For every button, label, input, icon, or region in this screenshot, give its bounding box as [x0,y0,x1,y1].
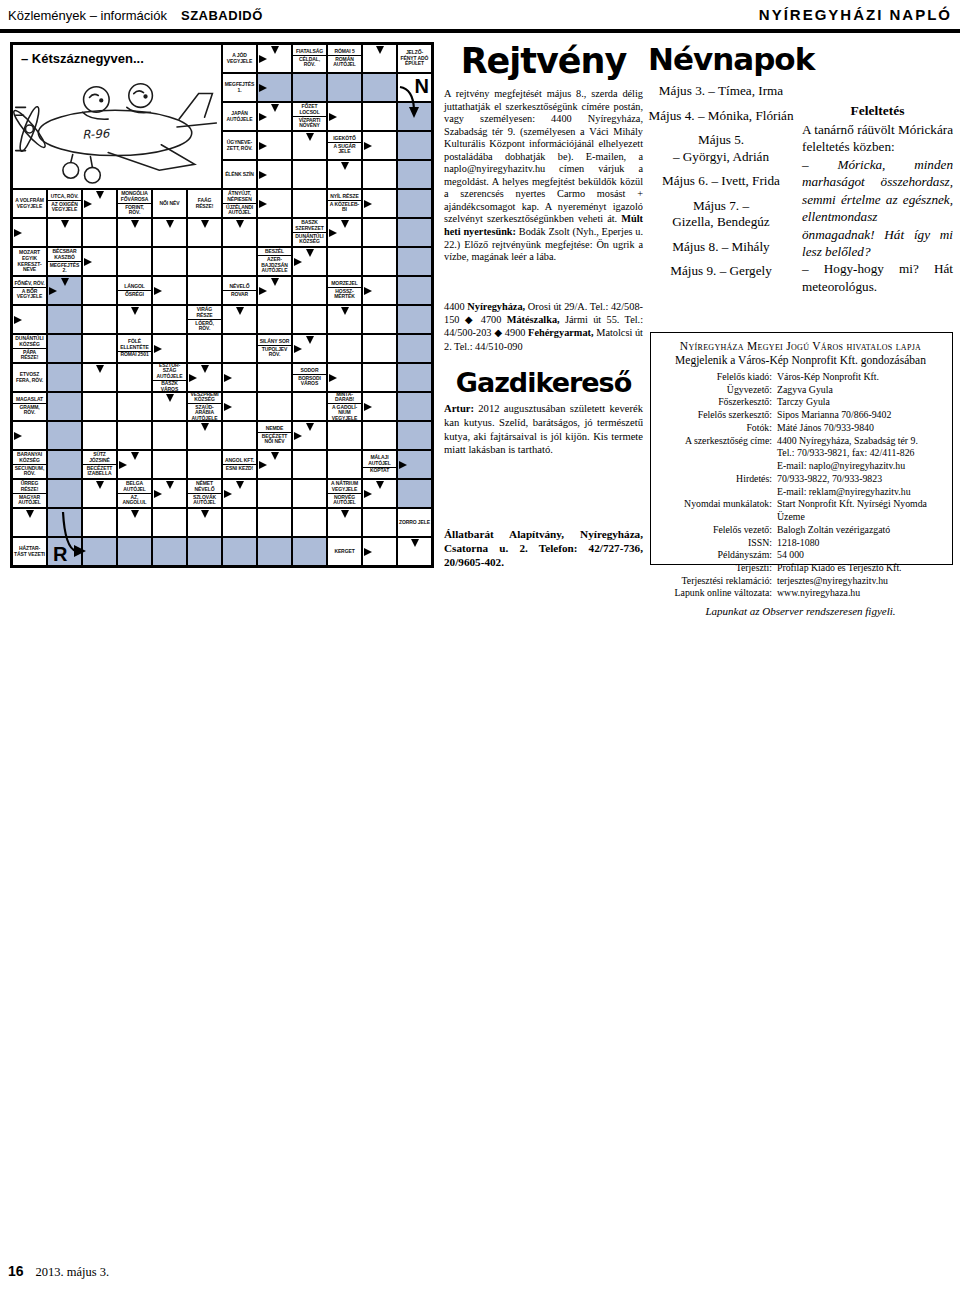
crossword-clue-cell: RÓMAI 5ROMÁN AUTÓJEL [327,44,362,73]
arrow-right-icon [259,287,267,295]
crossword-cell [187,421,222,450]
arrow-down-icon [236,481,244,489]
crossword-cell [117,508,152,537]
nameday-line: Május 5. [648,132,794,149]
imprint-box: Nyíregyháza Megyei Jogú Város hivatalos … [650,332,953,565]
crossword-clue-cell: MÁLAJI AUTÓJELKOPTAT [362,450,397,479]
crossword-cell [327,102,362,131]
arrow-right-icon [224,403,232,411]
gazdikereso-body: Artur: 2012 augusztusában született keve… [444,402,643,457]
arrow-right-icon [364,403,372,411]
crossword-clue-cell: ÉSZTOR-SZÁG AUTÓJELEBASZK VÁROS [152,363,187,392]
crossword-cell [292,392,327,421]
crossword-cell [152,334,187,363]
arrow-right-icon [119,461,127,469]
arrow-right-icon [364,287,372,295]
page-footer: 162013. május 3. [8,1262,408,1280]
crossword-clue-cell: ÁTNYÚJT, NÉPIESENÚJZÉLANDI AUTÓJEL [222,189,257,218]
clue-text: ROMÁN AUTÓJEL [328,55,361,68]
clue-text: FIATALSÁG [293,49,326,56]
clue-text: RÓMAI 2501 [118,351,151,359]
arrow-right-icon [294,258,302,266]
crossword-clue-cell: VIRÁG RÉSZELÓERŐ, RÖV. [187,305,222,334]
crossword-clue-cell: MORZEJELHOSSZ-MÉRTÉK [327,276,362,305]
nameday-item: Május 4. – Mónika, Flórián [648,108,794,125]
imprint-value: Tarczy Gyula [777,396,946,409]
nevnapok-heading: Névnapok [648,44,794,75]
clue-text: MINTA-DARAB! [328,392,361,403]
crossword-clue-cell: ŰRREG RÉSZE!MAGYAR AUTÓJEL [12,479,47,508]
crossword-cell [82,305,117,334]
clue-text: ANGOL KFT. [223,457,256,464]
clue-text: A JÓD VEGYJELE [223,52,256,64]
imprint-value: Tel.: 70/933-9821, fax: 42/411-826 [777,447,946,460]
arrow-down-icon [96,365,104,373]
crossword-clue-cell: MINTA-DARAB!A GADOLÍ-NIUM VEGYJELE [327,392,362,421]
arrow-down-icon [96,481,104,489]
arrow-down-icon [341,307,349,315]
arrow-right-icon [294,345,302,353]
crossword-clue-cell: NYÍL RÉSZEA KÖZELEB-BI [327,189,362,218]
crossword-cell [362,160,397,189]
rejtveny-heading: Rejtvény [444,44,643,79]
crossword-clue-cell: BESZÉLAZER-BAJDZSÁN AUTÓJELE [257,247,292,276]
crossword-cell [257,276,292,305]
clue-text: ZORRO JELE [398,519,431,526]
solution-cell [397,218,432,247]
imprint-value: 54 000 [777,549,946,562]
arrow-right-icon [294,432,302,440]
arrow-right-icon [84,258,92,266]
crossword-cell [362,392,397,421]
imprint-label: Terjesztési reklamáció: [655,575,777,588]
nameday-line: Május 8. – Mihály [648,239,794,256]
nameday-line: Május 4. – Mónika, Flórián [648,108,794,125]
arrow-down-icon [236,307,244,315]
arrow-down-icon [26,510,34,518]
imprint-value: www.nyiregyhaza.hu [777,587,946,600]
imprint-label: Példányszám: [655,549,777,562]
clue-text: ÚGYNEVE-ZETT, RÖV. [223,139,256,151]
imprint-label: Nyomdai munkálatok: [655,498,777,523]
crossword-cell [222,334,257,363]
imprint-label: Lapunk online változata: [655,587,777,600]
clue-text: JELZŐ-FÉNYT ADÓ ÉPÜLET [398,50,431,68]
clue-text: VIRÁG RÉSZE [188,307,221,319]
crossword-clue-cell: NÉVELŐROVAR [222,276,257,305]
imprint-value: Város-Kép Nonprofit Kft. [777,371,946,384]
nevnapok-column: Névnapok Május 3. – Tímea, IrmaMájus 4. … [648,44,794,288]
crossword-cell [362,305,397,334]
solution-cell [47,479,82,508]
joke-title: Feleltetés [802,103,953,119]
crossword-cell [292,276,327,305]
arrow-right-icon [364,200,372,208]
imprint-label: Felelős kiadó: [655,371,777,384]
solution-cell [257,73,292,102]
imprint-value: Máté János 70/933-9840 [777,422,946,435]
crossword-grid: – Kétszáznegyven...R-96A JÓD VEGYJELEFIA… [10,42,434,568]
clue-text: VÍZPARTI NÖVÉNY [293,116,326,129]
clue-text: PÁPA RÉSZE! [13,348,46,361]
header-section-label: Közlemények – információkSZABADIDŐ [8,8,263,23]
crossword-clue-cell: FAÁG RÉSZE! [187,189,222,218]
imprint-value: 1218-1080 [777,537,946,550]
solution-cell [397,102,432,131]
clue-text: BÉCSBAR KASZBÓ [48,249,81,261]
imprint-value: Sipos Marianna 70/866-9402 [777,409,946,422]
arrow-down-icon [96,191,104,199]
solution-cell [397,131,432,160]
clue-text: ÉLÉNK SZÍN [223,171,256,178]
crossword-cell [362,363,397,392]
clue-text: AZER-BAJDZSÁN AUTÓJELE [258,255,291,274]
crossword-clue-cell: KERGET [327,537,362,566]
crossword-cell [82,363,117,392]
arrow-down-icon [166,220,174,228]
clue-text: BELGA AUTÓJEL [118,481,151,493]
arrow-down-icon [166,481,174,489]
crossword-clue-cell: ÚGYNEVE-ZETT, RÖV. [222,131,257,160]
solution-cell [47,450,82,479]
clue-text: NYÍL RÉSZE [328,194,361,201]
crossword-cell [327,305,362,334]
imprint-title: Nyíregyháza Megyei Jogú Város hivatalos … [655,340,946,352]
solution-cell [327,73,362,102]
crossword-cell [327,334,362,363]
arrow-right-icon [14,229,22,237]
arrow-right-icon [259,142,267,150]
crossword-clue-cell: NŐI NÉV [152,189,187,218]
crossword-cell [222,479,257,508]
solution-cell [47,334,82,363]
arrow-down-icon [376,481,384,489]
crossword-cell [257,44,292,73]
solution-cell [397,421,432,450]
crossword-cell [362,479,397,508]
imprint-label: Fotók: [655,422,777,435]
crossword-cell [82,508,117,537]
clue-text: MORZEJEL [328,281,361,288]
arrow-right-icon [224,374,232,382]
crossword-cell [362,44,397,73]
crossword-cell [257,305,292,334]
given-letter-cell: R [47,537,82,566]
crossword-cell [327,218,362,247]
rejtveny-column: Rejtvény A rejtvény megfejtését május 8.… [444,44,643,569]
imprint-value: Zagyva Gyula [777,384,946,397]
crossword-cell [257,450,292,479]
clue-text: NŐI NÉV [153,200,186,207]
solution-cell [187,537,222,566]
crossword-cell [397,537,432,566]
crossword-clue-cell: BELGA AUTÓJELAZ, ANGOLUL [117,479,152,508]
crossword-cell [257,189,292,218]
crossword-cell [117,363,152,392]
clue-text: NEMDE [258,426,291,433]
arrow-down-icon [306,249,314,257]
nameday-item: Május 5.– Györgyi, Adrián [648,132,794,165]
clue-text: GRAMM, RÖV. [13,403,46,416]
nameday-item: Május 6. – Ivett, Frida [648,173,794,190]
solution-cell [397,334,432,363]
nameday-line: Május 6. – Ivett, Frida [648,173,794,190]
crossword-cell [47,218,82,247]
clue-text: MOZART EGYIK KERESZT-NEVE [13,250,46,273]
crossword-cell [222,392,257,421]
crossword-clue-cell: SÜTZ JÓZSINÉBECÉZETT IZABELLA [82,450,117,479]
imprint-label: Hirdetés: [655,473,777,486]
crossword-cell [362,537,397,566]
arrow-down-icon [61,278,69,286]
clue-text: RÓMAI 5 [328,49,361,56]
solution-cell [397,479,432,508]
joke-line: – Hogy-hogy mi? Hát meteorológus. [802,260,953,295]
clue-text: NORVÉG AUTÓJEL [328,493,361,506]
nameday-item: Május 3. – Tímea, Irma [648,83,794,100]
clue-text: SODOR [293,368,326,375]
solution-cell [82,537,117,566]
clue-text: A NÁTRIUM VEGYJELE [328,481,361,493]
clue-text: ÉSZTOR-SZÁG AUTÓJELE [153,363,186,380]
arrow-down-icon [306,133,314,141]
crossword-cell [292,334,327,363]
crossword-cell [82,276,117,305]
crossword-clue-cell: SILÁNY SORTUPOLJEV RÖV. [257,334,292,363]
crossword-cell [257,160,292,189]
crossword-cell [12,421,47,450]
clue-text: LÓERŐ, RÖV. [188,319,221,332]
arrow-right-icon [224,490,232,498]
crossword-cell [257,102,292,131]
crossword-cell [117,247,152,276]
crossword-cell [12,305,47,334]
crossword-clue-cell: MONGÓLIA FŐVÁROSAFORINT, RÖV. [117,189,152,218]
airplane-cartoon: R-96 [13,68,221,188]
clue-text: MAGASLAT [13,397,46,404]
clue-text: BECÉZETT NŐI NÉV [258,432,291,445]
crossword-cell [152,305,187,334]
clue-text: ÁTNYÚJT, NÉPIESEN [223,191,256,203]
text-segment: 2012 augusztusában született keverék kan… [444,403,643,455]
crossword-cell [117,218,152,247]
arrow-down-icon [271,46,279,54]
arrow-right-icon [154,490,162,498]
arrow-down-icon [271,278,279,286]
nameday-line: Gizella, Bendegúz [648,214,794,231]
solution-cell [257,537,292,566]
arrow-right-icon [364,490,372,498]
crossword-cell [187,218,222,247]
crossword-cell [362,276,397,305]
arrow-down-icon [61,220,69,228]
clue-text: BASZK VÁROS [153,380,186,392]
solution-cell [397,363,432,392]
solution-cell [397,450,432,479]
clue-text: CÉLDAL, RÖV. [293,55,326,68]
imprint-subtitle: Megjelenik a Város-Kép Nonprofit Kft. go… [655,354,946,366]
nameday-line: Május 9. – Gergely [648,263,794,280]
arrow-right-icon [399,461,407,469]
clue-text: MONGÓLIA FŐVÁROSA [118,191,151,203]
imprint-value: 4400 Nyíregyháza, Szabadság tér 9. [777,435,946,448]
arrow-right-icon [364,548,372,556]
animal-foundation-contact: Állatbarát Alapítvány, Nyíregyháza, Csat… [444,527,643,569]
gazdikereso-heading: Gazdikereső [444,369,643,396]
crossword-cell [222,508,257,537]
arrow-right-icon [259,200,267,208]
clue-text: A BŐR VEGYJELE [13,287,46,300]
crossword-cell [327,363,362,392]
clue-text: ÚJZÉLANDI AUTÓJEL [223,203,256,216]
rejtveny-body: A rejtvény megfejtését május 8., szerda … [444,88,643,264]
arrow-down-icon [201,510,209,518]
crossword-clue-cell: SODORBORSODI VÁROS [292,363,327,392]
crossword-clue-cell: BASZK SZERVEZETDUNÁNTÚLI KÖZSÉG [292,218,327,247]
imprint-label: Ügyvezető: [655,384,777,397]
crossword-clue-cell: IGEKÖTŐA SUGÁR JELE [327,131,362,160]
imprint-label [655,460,777,473]
clue-text: A VOLFRÁM VEGYJELE [13,197,46,209]
clue-text: HOSSZ-MÉRTÉK [328,287,361,300]
crossword-cell [327,450,362,479]
crossword-cell [257,131,292,160]
imprint-label: Felelős vezető: [655,524,777,537]
crossword-cell [187,247,222,276]
clue-text: VESZPRÉMI KÖZSÉG [188,392,221,403]
arrow-down-icon [411,539,419,547]
imprint-value: Start Nonprofit Kft. Nyírségi Nyomda Üze… [777,498,946,523]
crossword-cell [82,218,117,247]
clue-text: MAGYAR AUTÓJEL [13,493,46,506]
arrow-down-icon [341,220,349,228]
crossword-cell [12,508,47,537]
solution-cell [47,392,82,421]
crossword-clue-cell: ETVOSZ FERA, RÖV. [12,363,47,392]
clue-text: FÖLÉ ELLENTÉTE [118,339,151,351]
nameday-line: – Györgyi, Adrián [648,149,794,166]
clue-text: BESZÉL [258,249,291,256]
clue-text: DUNÁNTÚLI KÖZSÉG [13,336,46,348]
crossword-cell [12,218,47,247]
footer-date: 2013. május 3. [36,1265,110,1279]
text-segment: Nyíregyháza, [467,301,525,312]
clue-text: FAÁG RÉSZE! [188,197,221,209]
crossword-clue-cell: ANGOL KFT.ESNI KEZD! [222,450,257,479]
crossword-cell [362,508,397,537]
crossword-cell [152,450,187,479]
clue-text: BORSODI VÁROS [293,374,326,387]
crossword-cell [152,276,187,305]
joke-body: A tanárnő ráüvölt Mórickára feleltetés k… [802,121,953,295]
text-segment: A rejtvény megfejtését május 8., szerda … [444,88,643,224]
crossword-cell [222,247,257,276]
crossword-clue-cell: JAPÁN AUTÓJELE [222,102,257,131]
solution-cell [397,160,432,189]
clue-text: NÉVELŐ [223,283,256,290]
nameday-item: Május 7. –Gizella, Bendegúz [648,198,794,231]
solution-cell [397,305,432,334]
crossword-cell [222,363,257,392]
crossword-clue-cell: FIATALSÁGCÉLDAL, RÖV. [292,44,327,73]
imprint-rows: Felelős kiadó:Város-Kép Nonprofit Kft.Üg… [655,371,946,600]
clue-text: AZ OXIGÉN VEGYJELE [48,200,81,213]
arrow-down-icon [306,336,314,344]
imprint-label [655,447,777,460]
crossword-cell [292,305,327,334]
joke-line: – Móricka, minden marhaságot összehordas… [802,156,953,261]
header-left-text: Közlemények – információk [8,8,167,23]
clue-text: ŐSRÉGI [118,290,151,298]
crossword-cell [362,102,397,131]
clue-text: A GADOLÍ-NIUM VEGYJELE [328,403,361,421]
clue-text: ŰRREG RÉSZE! [13,481,46,493]
arrow-right-icon [154,287,162,295]
clue-text: ETVOSZ FERA, RÖV. [13,371,46,383]
crossword-clue-cell: A NÁTRIUM VEGYJELENORVÉG AUTÓJEL [327,479,362,508]
solution-cell [47,305,82,334]
crossword-cell [117,450,152,479]
arrow-down-icon [201,220,209,228]
crossword-clue-cell: LÁNGOLŐSRÉGI [117,276,152,305]
arrow-right-icon [189,374,197,382]
crossword-cell [82,189,117,218]
clue-text: FORINT, RÖV. [118,203,151,216]
arrow-right-icon [14,316,22,324]
crossword-cell [187,363,222,392]
crossword-clue-cell: NÉMET NÉVELŐSZLOVÁK AUTÓJEL [187,479,222,508]
arrow-down-icon [341,510,349,518]
arrow-down-icon [201,423,209,431]
crossword-cell [362,131,397,160]
arrow-right-icon [259,55,267,63]
arrow-down-icon [131,220,139,228]
arrow-right-icon [364,142,372,150]
arrow-down-icon [376,46,384,54]
solution-cell [397,189,432,218]
clue-text: KOPTAT [363,467,396,475]
arrow-right-icon [259,171,267,179]
crossword-cell [187,276,222,305]
crossword-cell [257,479,292,508]
nameday-list: Május 3. – Tímea, IrmaMájus 4. – Mónika,… [648,83,794,280]
clue-text: MÁLAJI AUTÓJEL [363,455,396,467]
crossword-cell [257,218,292,247]
clue-text: A SUGÁR JELE [328,142,361,155]
imprint-label: Terjeszti: [655,562,777,575]
crossword-clue-cell: DUNÁNTÚLI KÖZSÉGPÁPA RÉSZE! [12,334,47,363]
clue-text: AZ, ANGOLUL [118,493,151,506]
text-segment: 4400 [444,301,467,312]
arrow-right-icon [154,345,162,353]
arrow-right-icon [49,287,57,295]
crossword-cell [152,392,187,421]
arrow-down-icon [131,307,139,315]
crossword-cell [187,508,222,537]
crossword-cell [82,334,117,363]
crossword-cell [292,189,327,218]
solution-cell [397,247,432,276]
crossword-cell [292,450,327,479]
cartoon-caption: – Kétszáznegyven... [21,51,144,66]
crossword-puzzle: – Kétszáznegyven...R-96A JÓD VEGYJELEFIA… [10,42,434,568]
imprint-label: ISSN: [655,537,777,550]
clue-text: IGEKÖTŐ [328,136,361,143]
solution-cell [222,537,257,566]
arrow-down-icon [131,452,139,460]
crossword-cell [222,305,257,334]
clue-text: MEGFEJTÉS 2. [48,261,81,274]
